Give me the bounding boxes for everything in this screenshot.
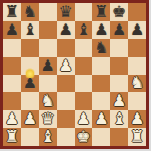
square-f4[interactable] (92, 75, 110, 93)
square-d4[interactable] (57, 75, 75, 93)
piece-white-bishop: ♝ (112, 111, 126, 127)
square-b5[interactable] (21, 57, 39, 75)
square-c5[interactable]: ♟ (39, 57, 57, 75)
piece-white-pawn: ♟ (94, 111, 108, 127)
square-h1[interactable]: ♜ (128, 128, 146, 146)
square-f8[interactable]: ♜ (92, 3, 110, 21)
piece-white-knight: ♞ (41, 93, 55, 109)
square-e5[interactable] (75, 57, 93, 75)
square-b6[interactable] (21, 39, 39, 57)
piece-black-knight: ♞ (94, 40, 108, 56)
square-h4[interactable]: ♞ (128, 75, 146, 93)
square-e8[interactable] (75, 3, 93, 21)
piece-black-bishop: ♝ (23, 22, 37, 38)
square-d5[interactable]: ♟ (57, 57, 75, 75)
piece-white-rook: ♜ (5, 129, 19, 145)
piece-black-rook: ♜ (5, 4, 19, 20)
square-a4[interactable] (3, 75, 21, 93)
piece-white-knight: ♞ (130, 75, 144, 91)
piece-white-pawn: ♟ (5, 111, 19, 127)
square-d1[interactable] (57, 128, 75, 146)
square-h2[interactable]: ♟ (128, 110, 146, 128)
square-g5[interactable] (110, 57, 128, 75)
square-h6[interactable] (128, 39, 146, 57)
square-b7[interactable]: ♝ (21, 21, 39, 39)
square-g6[interactable] (110, 39, 128, 57)
square-d8[interactable]: ♛ (57, 3, 75, 21)
piece-black-king: ♚ (112, 4, 126, 20)
square-g2[interactable]: ♝ (110, 110, 128, 128)
square-a6[interactable] (3, 39, 21, 57)
piece-black-rook: ♜ (94, 4, 108, 20)
square-e4[interactable] (75, 75, 93, 93)
piece-white-pawn: ♟ (23, 111, 37, 127)
square-g3[interactable]: ♟ (110, 92, 128, 110)
piece-white-pawn: ♟ (58, 58, 72, 74)
piece-white-rook: ♜ (130, 129, 144, 145)
square-e1[interactable]: ♚ (75, 128, 93, 146)
piece-black-pawn: ♟ (112, 22, 126, 38)
piece-white-pawn: ♟ (76, 111, 90, 127)
piece-white-bishop: ♝ (41, 129, 55, 145)
square-g8[interactable]: ♚ (110, 3, 128, 21)
square-c4[interactable] (39, 75, 57, 93)
square-a7[interactable]: ♟ (3, 21, 21, 39)
piece-black-pawn: ♟ (41, 58, 55, 74)
piece-black-pawn: ♟ (94, 22, 108, 38)
square-g7[interactable]: ♟ (110, 21, 128, 39)
square-c2[interactable]: ♛ (39, 110, 57, 128)
square-d7[interactable]: ♟ (57, 21, 75, 39)
square-c8[interactable] (39, 3, 57, 21)
square-b4[interactable]: ♟ (21, 75, 39, 93)
square-f6[interactable]: ♞ (92, 39, 110, 57)
piece-black-pawn: ♟ (130, 22, 144, 38)
square-e7[interactable]: ♝ (75, 21, 93, 39)
square-g4[interactable] (110, 75, 128, 93)
piece-black-bishop: ♝ (76, 22, 90, 38)
square-f3[interactable] (92, 92, 110, 110)
square-d3[interactable] (57, 92, 75, 110)
square-a2[interactable]: ♟ (3, 110, 21, 128)
piece-white-king: ♚ (76, 129, 90, 145)
square-a8[interactable]: ♜ (3, 3, 21, 21)
piece-black-pawn: ♟ (23, 75, 37, 91)
square-a1[interactable]: ♜ (3, 128, 21, 146)
piece-black-queen: ♛ (58, 4, 72, 20)
square-f2[interactable]: ♟ (92, 110, 110, 128)
square-c7[interactable] (39, 21, 57, 39)
square-b3[interactable] (21, 92, 39, 110)
square-e6[interactable] (75, 39, 93, 57)
square-f5[interactable] (92, 57, 110, 75)
square-g1[interactable] (110, 128, 128, 146)
square-a5[interactable] (3, 57, 21, 75)
square-c1[interactable]: ♝ (39, 128, 57, 146)
board-frame: ♜♞♛♜♚♟♝♟♝♟♟♟♞♟♟♟♞♞♟♟♟♛♟♟♝♟♜♝♚♜ (0, 0, 149, 149)
square-d2[interactable] (57, 110, 75, 128)
chess-board: ♜♞♛♜♚♟♝♟♝♟♟♟♞♟♟♟♞♞♟♟♟♛♟♟♝♟♜♝♚♜ (3, 3, 146, 146)
square-e3[interactable] (75, 92, 93, 110)
square-e2[interactable]: ♟ (75, 110, 93, 128)
piece-black-pawn: ♟ (5, 22, 19, 38)
piece-white-pawn: ♟ (112, 93, 126, 109)
square-b2[interactable]: ♟ (21, 110, 39, 128)
square-f1[interactable] (92, 128, 110, 146)
square-d6[interactable] (57, 39, 75, 57)
square-b1[interactable] (21, 128, 39, 146)
chess-screenshot: ♜♞♛♜♚♟♝♟♝♟♟♟♞♟♟♟♞♞♟♟♟♛♟♟♝♟♜♝♚♜ (0, 0, 151, 151)
square-h5[interactable] (128, 57, 146, 75)
square-h3[interactable] (128, 92, 146, 110)
piece-black-pawn: ♟ (58, 22, 72, 38)
piece-black-knight: ♞ (23, 4, 37, 20)
square-b8[interactable]: ♞ (21, 3, 39, 21)
piece-white-pawn: ♟ (130, 111, 144, 127)
square-h8[interactable] (128, 3, 146, 21)
square-c6[interactable] (39, 39, 57, 57)
piece-white-queen: ♛ (41, 111, 55, 127)
square-c3[interactable]: ♞ (39, 92, 57, 110)
square-f7[interactable]: ♟ (92, 21, 110, 39)
square-a3[interactable] (3, 92, 21, 110)
square-h7[interactable]: ♟ (128, 21, 146, 39)
